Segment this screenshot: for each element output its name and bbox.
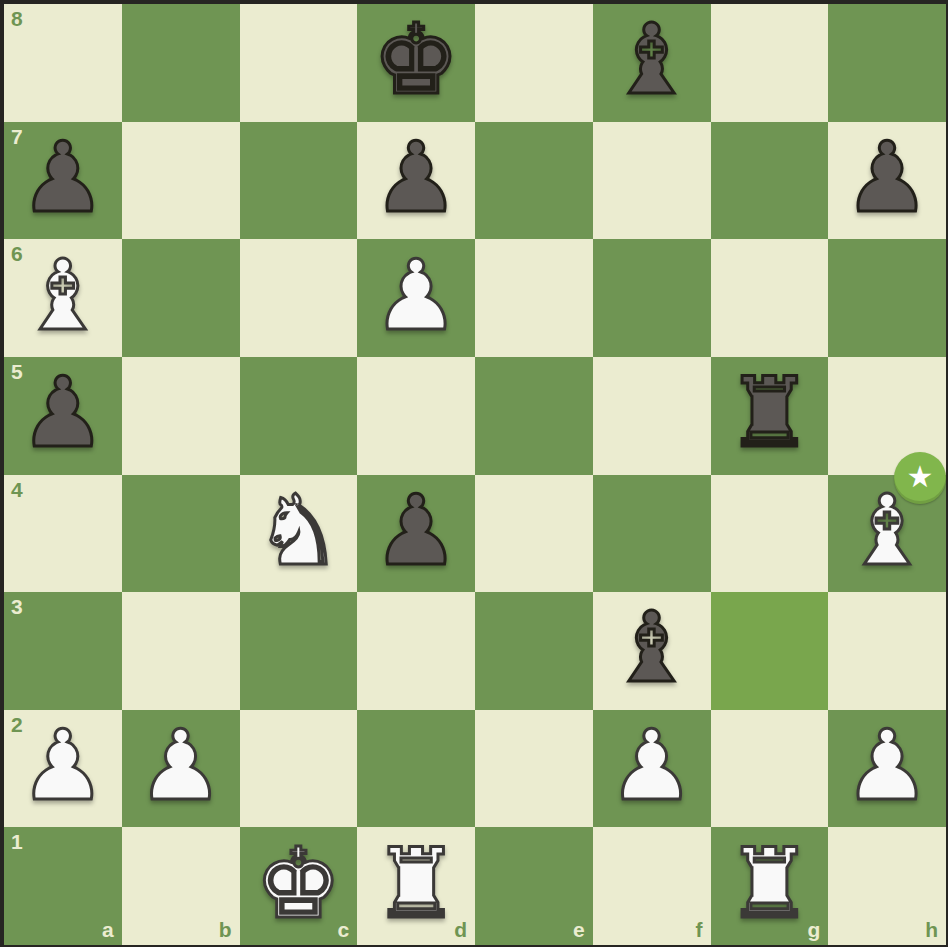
square-g4[interactable]: [711, 475, 829, 593]
piece-black-rook[interactable]: ♜: [711, 357, 829, 475]
square-a7[interactable]: 7♟: [4, 122, 122, 240]
square-h7[interactable]: ♟: [828, 122, 946, 240]
piece-white-knight[interactable]: ♞: [240, 475, 358, 593]
piece-black-pawn[interactable]: ♟: [4, 357, 122, 475]
piece-white-rook[interactable]: ♜: [357, 827, 475, 945]
square-b3[interactable]: [122, 592, 240, 710]
square-c8[interactable]: [240, 4, 358, 122]
square-g1[interactable]: g♜: [711, 827, 829, 945]
piece-white-pawn[interactable]: ♟: [357, 239, 475, 357]
square-h8[interactable]: [828, 4, 946, 122]
square-f8[interactable]: ♝: [593, 4, 711, 122]
file-label-b: b: [219, 918, 232, 942]
piece-black-pawn[interactable]: ♟: [357, 122, 475, 240]
square-g5[interactable]: ♜: [711, 357, 829, 475]
square-h2[interactable]: ♟: [828, 710, 946, 828]
square-d2[interactable]: [357, 710, 475, 828]
square-e3[interactable]: [475, 592, 593, 710]
square-g6[interactable]: [711, 239, 829, 357]
square-f7[interactable]: [593, 122, 711, 240]
square-h1[interactable]: h: [828, 827, 946, 945]
piece-black-pawn[interactable]: ♟: [828, 122, 946, 240]
square-a3[interactable]: 3: [4, 592, 122, 710]
square-c6[interactable]: [240, 239, 358, 357]
file-label-e: e: [573, 918, 585, 942]
square-e6[interactable]: [475, 239, 593, 357]
piece-black-bishop[interactable]: ♝: [593, 592, 711, 710]
square-e4[interactable]: [475, 475, 593, 593]
piece-white-pawn[interactable]: ♟: [828, 710, 946, 828]
square-f5[interactable]: [593, 357, 711, 475]
square-h6[interactable]: [828, 239, 946, 357]
square-b5[interactable]: [122, 357, 240, 475]
square-f1[interactable]: f: [593, 827, 711, 945]
square-e8[interactable]: [475, 4, 593, 122]
square-f2[interactable]: ♟: [593, 710, 711, 828]
square-b2[interactable]: ♟: [122, 710, 240, 828]
square-g7[interactable]: [711, 122, 829, 240]
best-move-star-badge: ★: [894, 452, 946, 504]
square-h3[interactable]: [828, 592, 946, 710]
square-d4[interactable]: ♟: [357, 475, 475, 593]
chess-board: 8♚♝7♟♟♟6♝♟5♟♜4♞♟♝★3♝2♟♟♟♟1abc♚d♜efg♜h: [4, 4, 946, 945]
piece-white-bishop[interactable]: ♝: [4, 239, 122, 357]
square-a6[interactable]: 6♝: [4, 239, 122, 357]
piece-white-king[interactable]: ♚: [240, 827, 358, 945]
square-f4[interactable]: [593, 475, 711, 593]
square-g8[interactable]: [711, 4, 829, 122]
piece-white-rook[interactable]: ♜: [711, 827, 829, 945]
square-c3[interactable]: [240, 592, 358, 710]
square-d7[interactable]: ♟: [357, 122, 475, 240]
rank-label-8: 8: [11, 7, 23, 31]
square-d6[interactable]: ♟: [357, 239, 475, 357]
rank-label-1: 1: [11, 830, 23, 854]
square-d3[interactable]: [357, 592, 475, 710]
square-c4[interactable]: ♞: [240, 475, 358, 593]
piece-black-king[interactable]: ♚: [357, 4, 475, 122]
file-label-h: h: [925, 918, 938, 942]
piece-white-pawn[interactable]: ♟: [593, 710, 711, 828]
square-c2[interactable]: [240, 710, 358, 828]
file-label-f: f: [696, 918, 703, 942]
piece-black-pawn[interactable]: ♟: [357, 475, 475, 593]
piece-white-pawn[interactable]: ♟: [4, 710, 122, 828]
square-a4[interactable]: 4: [4, 475, 122, 593]
square-e7[interactable]: [475, 122, 593, 240]
square-f6[interactable]: [593, 239, 711, 357]
square-h4[interactable]: ♝★: [828, 475, 946, 593]
square-g3[interactable]: [711, 592, 829, 710]
square-e1[interactable]: e: [475, 827, 593, 945]
square-e5[interactable]: [475, 357, 593, 475]
square-a2[interactable]: 2♟: [4, 710, 122, 828]
square-a8[interactable]: 8: [4, 4, 122, 122]
square-d8[interactable]: ♚: [357, 4, 475, 122]
square-b8[interactable]: [122, 4, 240, 122]
square-b1[interactable]: b: [122, 827, 240, 945]
square-g2[interactable]: [711, 710, 829, 828]
square-f3[interactable]: ♝: [593, 592, 711, 710]
square-d5[interactable]: [357, 357, 475, 475]
file-label-a: a: [102, 918, 114, 942]
square-c5[interactable]: [240, 357, 358, 475]
square-b6[interactable]: [122, 239, 240, 357]
piece-black-bishop[interactable]: ♝: [593, 4, 711, 122]
square-b7[interactable]: [122, 122, 240, 240]
square-c7[interactable]: [240, 122, 358, 240]
square-e2[interactable]: [475, 710, 593, 828]
square-d1[interactable]: d♜: [357, 827, 475, 945]
piece-white-pawn[interactable]: ♟: [122, 710, 240, 828]
chess-board-frame: 8♚♝7♟♟♟6♝♟5♟♜4♞♟♝★3♝2♟♟♟♟1abc♚d♜efg♜h: [0, 0, 948, 947]
piece-black-pawn[interactable]: ♟: [4, 122, 122, 240]
square-c1[interactable]: c♚: [240, 827, 358, 945]
rank-label-3: 3: [11, 595, 23, 619]
square-a5[interactable]: 5♟: [4, 357, 122, 475]
square-b4[interactable]: [122, 475, 240, 593]
star-icon: ★: [907, 462, 934, 492]
square-a1[interactable]: 1a: [4, 827, 122, 945]
rank-label-4: 4: [11, 478, 23, 502]
